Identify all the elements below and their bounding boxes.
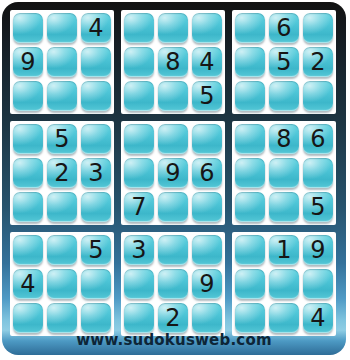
cell-r7c6[interactable] <box>192 235 222 265</box>
cell-r1c8[interactable]: 6 <box>269 13 299 43</box>
board-frame: 4984565252396786554392194 www.sudokusweb… <box>2 2 346 355</box>
cell-r6c6[interactable] <box>192 192 222 222</box>
website-link[interactable]: www.sudokusweb.com <box>76 331 271 349</box>
cell-r8c9[interactable] <box>303 269 333 299</box>
cell-r9c3[interactable] <box>81 303 111 333</box>
cell-r4c8[interactable]: 8 <box>269 124 299 154</box>
cell-r1c6[interactable] <box>192 13 222 43</box>
box-r3c3: 194 <box>232 232 336 336</box>
cell-r4c4[interactable] <box>124 124 154 154</box>
cell-r5c1[interactable] <box>13 158 43 188</box>
box-r3c2: 392 <box>121 232 225 336</box>
cell-r3c9[interactable] <box>303 81 333 111</box>
cell-r2c6[interactable]: 4 <box>192 47 222 77</box>
cell-r8c1[interactable]: 4 <box>13 269 43 299</box>
cell-r4c7[interactable] <box>235 124 265 154</box>
cell-r9c4[interactable] <box>124 303 154 333</box>
cell-r1c1[interactable] <box>13 13 43 43</box>
cell-r8c3[interactable] <box>81 269 111 299</box>
box-r3c1: 54 <box>10 232 114 336</box>
box-r1c1: 49 <box>10 10 114 114</box>
sudoku-widget: 4984565252396786554392194 www.sudokusweb… <box>0 0 350 360</box>
cell-r7c4[interactable]: 3 <box>124 235 154 265</box>
cell-r9c6[interactable] <box>192 303 222 333</box>
cell-r9c1[interactable] <box>13 303 43 333</box>
cell-r1c9[interactable] <box>303 13 333 43</box>
cell-r2c4[interactable] <box>124 47 154 77</box>
cell-r3c2[interactable] <box>47 81 77 111</box>
cell-r8c8[interactable] <box>269 269 299 299</box>
cell-r4c5[interactable] <box>158 124 188 154</box>
cell-r1c3[interactable]: 4 <box>81 13 111 43</box>
cell-r5c6[interactable]: 6 <box>192 158 222 188</box>
cell-r6c9[interactable]: 5 <box>303 192 333 222</box>
cell-r1c5[interactable] <box>158 13 188 43</box>
sudoku-board: 4984565252396786554392194 <box>10 10 336 336</box>
box-r2c2: 967 <box>121 121 225 225</box>
cell-r5c5[interactable]: 9 <box>158 158 188 188</box>
cell-r8c6[interactable]: 9 <box>192 269 222 299</box>
cell-r2c5[interactable]: 8 <box>158 47 188 77</box>
cell-r3c6[interactable]: 5 <box>192 81 222 111</box>
cell-r9c5[interactable]: 2 <box>158 303 188 333</box>
footer-bar: www.sudokusweb.com <box>2 330 346 348</box>
cell-r4c3[interactable] <box>81 124 111 154</box>
cell-r3c4[interactable] <box>124 81 154 111</box>
cell-r8c4[interactable] <box>124 269 154 299</box>
cell-r4c6[interactable] <box>192 124 222 154</box>
cell-r2c3[interactable] <box>81 47 111 77</box>
cell-r6c4[interactable]: 7 <box>124 192 154 222</box>
cell-r2c7[interactable] <box>235 47 265 77</box>
cell-r3c5[interactable] <box>158 81 188 111</box>
cell-r9c7[interactable] <box>235 303 265 333</box>
cell-r6c5[interactable] <box>158 192 188 222</box>
cell-r7c1[interactable] <box>13 235 43 265</box>
cell-r9c2[interactable] <box>47 303 77 333</box>
cell-r7c2[interactable] <box>47 235 77 265</box>
cell-r7c8[interactable]: 1 <box>269 235 299 265</box>
cell-r4c1[interactable] <box>13 124 43 154</box>
cell-r7c3[interactable]: 5 <box>81 235 111 265</box>
cell-r1c4[interactable] <box>124 13 154 43</box>
cell-r5c7[interactable] <box>235 158 265 188</box>
cell-r7c5[interactable] <box>158 235 188 265</box>
cell-r8c2[interactable] <box>47 269 77 299</box>
cell-r5c9[interactable] <box>303 158 333 188</box>
box-r2c3: 865 <box>232 121 336 225</box>
cell-r2c8[interactable]: 5 <box>269 47 299 77</box>
cell-r5c4[interactable] <box>124 158 154 188</box>
cell-r8c5[interactable] <box>158 269 188 299</box>
cell-r4c9[interactable]: 6 <box>303 124 333 154</box>
cell-r6c1[interactable] <box>13 192 43 222</box>
cell-r2c1[interactable]: 9 <box>13 47 43 77</box>
box-r1c3: 652 <box>232 10 336 114</box>
cell-r3c3[interactable] <box>81 81 111 111</box>
cell-r5c3[interactable]: 3 <box>81 158 111 188</box>
cell-r8c7[interactable] <box>235 269 265 299</box>
cell-r1c2[interactable] <box>47 13 77 43</box>
cell-r6c3[interactable] <box>81 192 111 222</box>
cell-r7c7[interactable] <box>235 235 265 265</box>
cell-r1c7[interactable] <box>235 13 265 43</box>
cell-r2c9[interactable]: 2 <box>303 47 333 77</box>
cell-r3c7[interactable] <box>235 81 265 111</box>
cell-r5c2[interactable]: 2 <box>47 158 77 188</box>
cell-r3c1[interactable] <box>13 81 43 111</box>
cell-r3c8[interactable] <box>269 81 299 111</box>
box-r1c2: 845 <box>121 10 225 114</box>
cell-r2c2[interactable] <box>47 47 77 77</box>
cell-r6c8[interactable] <box>269 192 299 222</box>
cell-r4c2[interactable]: 5 <box>47 124 77 154</box>
cell-r5c8[interactable] <box>269 158 299 188</box>
cell-r7c9[interactable]: 9 <box>303 235 333 265</box>
cell-r6c2[interactable] <box>47 192 77 222</box>
cell-r6c7[interactable] <box>235 192 265 222</box>
cell-r9c8[interactable] <box>269 303 299 333</box>
box-r2c1: 523 <box>10 121 114 225</box>
cell-r9c9[interactable]: 4 <box>303 303 333 333</box>
